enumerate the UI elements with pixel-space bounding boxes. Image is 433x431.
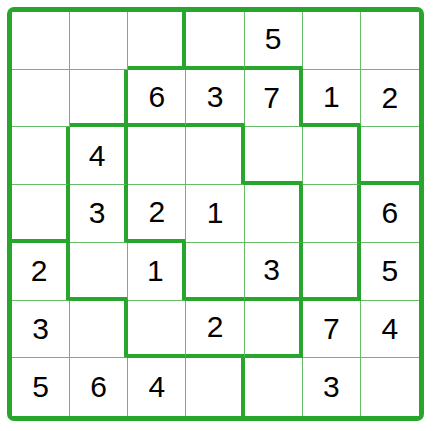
cell-r2c2-region-A[interactable] xyxy=(70,70,128,128)
cell-r5c3-region-D[interactable]: 1 xyxy=(128,243,186,301)
cell-r4c3-region-E[interactable]: 2 xyxy=(128,185,186,243)
cell-r5c2-region-D[interactable] xyxy=(70,243,128,301)
given-digit: 3 xyxy=(207,82,224,112)
given-digit: 2 xyxy=(207,312,224,342)
given-digit: 3 xyxy=(89,198,106,228)
cell-r4c5-region-E[interactable] xyxy=(245,185,303,243)
cell-r5c1-region-F[interactable]: 2 xyxy=(12,243,70,301)
cell-r1c4-region-B[interactable] xyxy=(186,12,244,70)
given-digit: 2 xyxy=(149,197,166,227)
cell-r6c5-region-D[interactable] xyxy=(245,301,303,359)
given-digit: 1 xyxy=(323,82,340,112)
given-digit: 5 xyxy=(265,24,282,54)
given-digit: 4 xyxy=(149,372,166,402)
cell-r1c6-region-B[interactable] xyxy=(303,12,361,70)
cell-r3c7-region-B[interactable] xyxy=(361,127,419,185)
cell-r5c4-region-E[interactable] xyxy=(186,243,244,301)
given-digit: 5 xyxy=(382,256,399,286)
cell-r5c7-region-G[interactable]: 5 xyxy=(361,243,419,301)
cell-r7c3-region-F[interactable]: 4 xyxy=(128,358,186,416)
given-digit: 2 xyxy=(31,256,48,286)
cell-r2c6-region-B[interactable]: 1 xyxy=(303,70,361,128)
cell-r1c7-region-B[interactable] xyxy=(361,12,419,70)
cell-r2c7-region-B[interactable]: 2 xyxy=(361,70,419,128)
given-digit: 5 xyxy=(32,372,49,402)
cell-r1c3-region-A[interactable] xyxy=(128,12,186,70)
cell-r3c6-region-C[interactable] xyxy=(303,127,361,185)
cell-r4c4-region-E[interactable]: 1 xyxy=(186,185,244,243)
given-digit: 7 xyxy=(323,314,340,344)
cell-r2c4-region-C[interactable]: 3 xyxy=(186,70,244,128)
cell-r3c2-region-D[interactable]: 4 xyxy=(70,127,128,185)
cell-r4c7-region-G[interactable]: 6 xyxy=(361,185,419,243)
cell-r6c2-region-F[interactable] xyxy=(70,301,128,359)
cell-r4c2-region-D[interactable]: 3 xyxy=(70,185,128,243)
given-digit: 3 xyxy=(323,372,340,402)
cell-r5c5-region-E[interactable]: 3 xyxy=(245,243,303,301)
cell-r2c5-region-C[interactable]: 7 xyxy=(245,70,303,128)
cell-r1c1-region-A[interactable] xyxy=(12,12,70,70)
cell-r7c7-region-G[interactable] xyxy=(361,358,419,416)
given-digit: 4 xyxy=(382,314,399,344)
cell-r1c2-region-A[interactable] xyxy=(70,12,128,70)
cell-r7c2-region-F[interactable]: 6 xyxy=(70,358,128,416)
cell-r1c5-region-B[interactable]: 5 xyxy=(245,12,303,70)
cell-r2c1-region-A[interactable] xyxy=(12,70,70,128)
given-digit: 6 xyxy=(382,198,399,228)
cell-r4c6-region-C[interactable] xyxy=(303,185,361,243)
cell-r7c5-region-G[interactable] xyxy=(245,358,303,416)
cell-r2c3-region-C[interactable]: 6 xyxy=(128,70,186,128)
cell-r7c6-region-G[interactable]: 3 xyxy=(303,358,361,416)
given-digit: 6 xyxy=(90,372,107,402)
given-digit: 1 xyxy=(207,198,224,228)
given-digit: 3 xyxy=(32,314,49,344)
cell-r3c5-region-C[interactable] xyxy=(245,127,303,185)
given-digit: 3 xyxy=(263,255,280,285)
cell-r7c1-region-F[interactable]: 5 xyxy=(12,358,70,416)
given-digit: 4 xyxy=(89,141,106,171)
given-digit: 1 xyxy=(147,256,164,286)
sudoku-board: 56371243216213532745643 xyxy=(7,7,424,421)
cell-r4c1-region-A[interactable] xyxy=(12,185,70,243)
given-digit: 2 xyxy=(382,83,399,113)
page: 56371243216213532745643 xyxy=(0,0,433,431)
cell-r6c3-region-D[interactable] xyxy=(128,301,186,359)
cell-r3c1-region-A[interactable] xyxy=(12,127,70,185)
cell-r5c6-region-C[interactable] xyxy=(303,243,361,301)
cell-r6c4-region-D[interactable]: 2 xyxy=(186,301,244,359)
cell-r6c6-region-G[interactable]: 7 xyxy=(303,301,361,359)
cell-r7c4-region-F[interactable] xyxy=(186,358,244,416)
cell-r3c3-region-E[interactable] xyxy=(128,127,186,185)
given-digit: 7 xyxy=(263,83,280,113)
cell-r3c4-region-E[interactable] xyxy=(186,127,244,185)
cell-r6c7-region-G[interactable]: 4 xyxy=(361,301,419,359)
given-digit: 6 xyxy=(149,82,166,112)
cell-r6c1-region-F[interactable]: 3 xyxy=(12,301,70,359)
